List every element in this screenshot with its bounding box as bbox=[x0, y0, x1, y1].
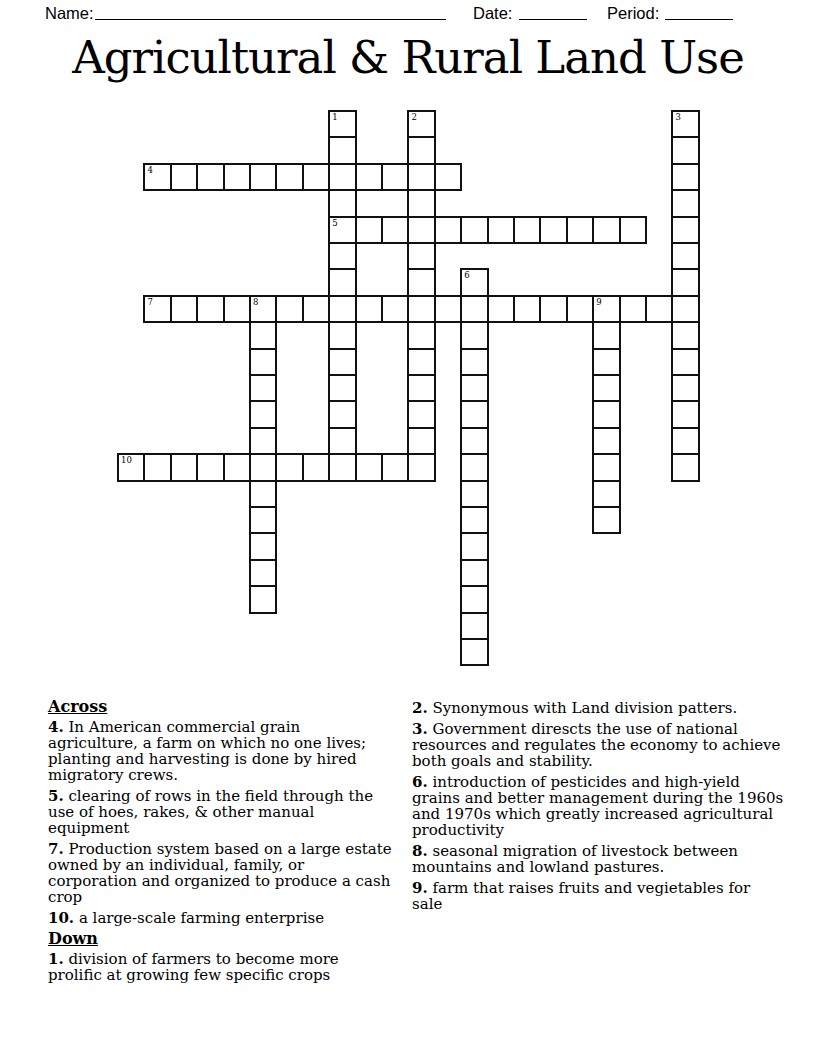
period-label: Period: bbox=[607, 4, 659, 23]
clues-column-right: 2. Synonymous with Land division patters… bbox=[412, 700, 784, 917]
clue-number: 10. bbox=[48, 909, 74, 927]
grid-cell[interactable] bbox=[592, 321, 620, 349]
grid-cell[interactable] bbox=[592, 400, 620, 428]
grid-cell[interactable] bbox=[592, 480, 620, 508]
grid-cell[interactable] bbox=[566, 216, 594, 244]
grid-cell[interactable] bbox=[513, 216, 541, 244]
grid-cell[interactable] bbox=[143, 453, 171, 481]
grid-cell[interactable] bbox=[671, 242, 699, 270]
grid-cell[interactable] bbox=[434, 216, 462, 244]
grid-cell[interactable] bbox=[460, 374, 488, 402]
clue-number: 8 bbox=[253, 297, 258, 307]
grid-cell[interactable] bbox=[170, 163, 198, 191]
grid-cell[interactable] bbox=[302, 163, 330, 191]
grid-cell[interactable] bbox=[381, 295, 409, 323]
grid-cell[interactable] bbox=[328, 400, 356, 428]
grid-cell[interactable] bbox=[619, 216, 647, 244]
clue-number: 10 bbox=[121, 455, 132, 465]
grid-cell[interactable] bbox=[407, 321, 435, 349]
grid-cell[interactable] bbox=[460, 638, 488, 666]
grid-cell[interactable] bbox=[671, 216, 699, 244]
grid-cell[interactable] bbox=[460, 321, 488, 349]
grid-cell[interactable] bbox=[407, 242, 435, 270]
grid-cell[interactable] bbox=[671, 295, 699, 323]
grid-cell[interactable] bbox=[328, 374, 356, 402]
grid-cell[interactable] bbox=[355, 453, 383, 481]
grid-cell[interactable] bbox=[249, 532, 277, 560]
clue-across-7: 7. Production system based on a large es… bbox=[48, 841, 394, 905]
grid-cell[interactable] bbox=[592, 453, 620, 481]
grid-cell[interactable] bbox=[539, 295, 567, 323]
clue-number: 6 bbox=[464, 270, 469, 280]
grid-cell[interactable] bbox=[328, 453, 356, 481]
clue-down-6: 6. introduction of pesticides and high-y… bbox=[412, 774, 784, 838]
grid-cell[interactable] bbox=[249, 400, 277, 428]
grid-cell[interactable] bbox=[592, 374, 620, 402]
grid-cell[interactable] bbox=[328, 295, 356, 323]
clue-number: 5. bbox=[48, 787, 64, 805]
grid-cell[interactable] bbox=[592, 348, 620, 376]
grid-cell[interactable] bbox=[407, 348, 435, 376]
grid-cell[interactable] bbox=[460, 506, 488, 534]
grid-cell[interactable] bbox=[671, 374, 699, 402]
grid-cell[interactable] bbox=[434, 163, 462, 191]
grid-cell[interactable]: 6 bbox=[460, 268, 488, 296]
grid-cell[interactable] bbox=[328, 163, 356, 191]
grid-cell[interactable] bbox=[223, 453, 251, 481]
clue-number: 1 bbox=[332, 112, 337, 122]
grid-cell[interactable] bbox=[460, 532, 488, 560]
grid-cell[interactable] bbox=[407, 136, 435, 164]
grid-cell[interactable] bbox=[671, 400, 699, 428]
grid-cell[interactable] bbox=[407, 400, 435, 428]
grid-cell[interactable] bbox=[460, 453, 488, 481]
name-label: Name: bbox=[45, 4, 94, 23]
grid-cell[interactable] bbox=[170, 453, 198, 481]
grid-cell[interactable] bbox=[249, 480, 277, 508]
grid-cell[interactable] bbox=[407, 374, 435, 402]
grid-cell[interactable]: 7 bbox=[143, 295, 171, 323]
clues-across-header: Across bbox=[48, 699, 394, 715]
grid-cell[interactable] bbox=[592, 427, 620, 455]
grid-cell[interactable] bbox=[407, 427, 435, 455]
grid-cell[interactable] bbox=[196, 295, 224, 323]
clue-number: 7. bbox=[48, 840, 64, 858]
grid-cell[interactable] bbox=[460, 585, 488, 613]
grid-cell[interactable] bbox=[407, 216, 435, 244]
clue-down-1: 1. division of farmers to become more pr… bbox=[48, 951, 394, 983]
grid-cell[interactable] bbox=[566, 295, 594, 323]
grid-cell[interactable] bbox=[249, 348, 277, 376]
grid-cell[interactable] bbox=[407, 453, 435, 481]
grid-cell[interactable] bbox=[355, 216, 383, 244]
grid-cell[interactable] bbox=[275, 295, 303, 323]
grid-cell[interactable] bbox=[671, 427, 699, 455]
grid-cell[interactable] bbox=[460, 400, 488, 428]
grid-cell[interactable] bbox=[328, 189, 356, 217]
grid-cell[interactable] bbox=[671, 321, 699, 349]
worksheet-page: Name: Date: Period: Agricultural & Rural… bbox=[0, 0, 816, 1056]
grid-cell[interactable] bbox=[302, 295, 330, 323]
grid-cell[interactable] bbox=[460, 427, 488, 455]
grid-cell[interactable] bbox=[249, 321, 277, 349]
grid-cell[interactable] bbox=[671, 136, 699, 164]
grid-cell[interactable] bbox=[249, 585, 277, 613]
date-blank[interactable] bbox=[519, 4, 587, 20]
clue-number: 7 bbox=[147, 297, 152, 307]
grid-cell[interactable] bbox=[671, 348, 699, 376]
page-title: Agricultural & Rural Land Use bbox=[0, 33, 816, 83]
grid-cell[interactable] bbox=[407, 268, 435, 296]
clue-number: 6. bbox=[412, 773, 428, 791]
grid-cell[interactable]: 1 bbox=[328, 110, 356, 138]
grid-cell[interactable] bbox=[381, 453, 409, 481]
grid-cell[interactable]: 9 bbox=[592, 295, 620, 323]
clue-across-10: 10. a large-scale farming enterprise bbox=[48, 910, 394, 926]
grid-cell[interactable] bbox=[223, 295, 251, 323]
grid-cell[interactable] bbox=[328, 348, 356, 376]
grid-cell[interactable] bbox=[671, 163, 699, 191]
grid-cell[interactable] bbox=[539, 216, 567, 244]
grid-cell[interactable] bbox=[196, 163, 224, 191]
grid-cell[interactable] bbox=[513, 295, 541, 323]
grid-cell[interactable] bbox=[170, 295, 198, 323]
grid-cell[interactable] bbox=[249, 453, 277, 481]
grid-cell[interactable] bbox=[381, 216, 409, 244]
grid-cell[interactable] bbox=[460, 295, 488, 323]
grid-cell[interactable] bbox=[407, 163, 435, 191]
clue-down-8: 8. seasonal migration of livestock betwe… bbox=[412, 843, 784, 875]
grid-cell[interactable]: 10 bbox=[117, 453, 145, 481]
clue-down-2: 2. Synonymous with Land division patters… bbox=[412, 700, 784, 716]
clue-number: 3. bbox=[412, 720, 428, 738]
clue-across-5: 5. clearing of rows in the field through… bbox=[48, 788, 394, 836]
grid-cell[interactable] bbox=[249, 506, 277, 534]
grid-cell[interactable] bbox=[249, 163, 277, 191]
grid-cell[interactable] bbox=[275, 163, 303, 191]
grid-cell[interactable]: 4 bbox=[143, 163, 171, 191]
grid-cell[interactable] bbox=[355, 295, 383, 323]
grid-cell[interactable] bbox=[487, 216, 515, 244]
grid-cell[interactable] bbox=[381, 163, 409, 191]
grid-cell[interactable] bbox=[460, 216, 488, 244]
grid-cell[interactable]: 8 bbox=[249, 295, 277, 323]
grid-cell[interactable] bbox=[671, 189, 699, 217]
date-label: Date: bbox=[473, 4, 512, 23]
crossword-grid: 12345678910 bbox=[117, 110, 700, 667]
grid-cell[interactable] bbox=[460, 348, 488, 376]
grid-cell[interactable] bbox=[328, 242, 356, 270]
grid-cell[interactable] bbox=[249, 374, 277, 402]
clue-number: 4. bbox=[48, 718, 64, 736]
grid-cell[interactable] bbox=[619, 295, 647, 323]
grid-cell[interactable] bbox=[328, 136, 356, 164]
clue-number: 2 bbox=[411, 112, 416, 122]
clue-number: 9. bbox=[412, 879, 428, 897]
grid-cell[interactable]: 2 bbox=[407, 110, 435, 138]
grid-cell[interactable]: 3 bbox=[671, 110, 699, 138]
clue-number: 4 bbox=[147, 165, 152, 175]
grid-cell[interactable] bbox=[328, 321, 356, 349]
grid-cell[interactable] bbox=[460, 612, 488, 640]
clues-column-left: Across4. In American commercial grain ag… bbox=[48, 699, 394, 988]
grid-cell[interactable] bbox=[249, 559, 277, 587]
period-blank[interactable] bbox=[665, 4, 733, 20]
clue-number: 8. bbox=[412, 842, 428, 860]
clue-number: 1. bbox=[48, 950, 64, 968]
name-blank[interactable] bbox=[95, 4, 446, 20]
clues-down-header: Down bbox=[48, 931, 394, 947]
grid-cell[interactable] bbox=[275, 453, 303, 481]
grid-cell[interactable] bbox=[407, 189, 435, 217]
clue-number: 5 bbox=[332, 218, 337, 228]
grid-cell[interactable] bbox=[249, 427, 277, 455]
grid-cell[interactable] bbox=[328, 427, 356, 455]
grid-cell[interactable] bbox=[645, 295, 673, 323]
clue-number: 2. bbox=[412, 699, 428, 717]
grid-cell[interactable] bbox=[671, 268, 699, 296]
grid-cell[interactable] bbox=[196, 453, 224, 481]
grid-cell[interactable] bbox=[460, 480, 488, 508]
clue-down-9: 9. farm that raises fruits and vegietabl… bbox=[412, 880, 784, 912]
grid-cell[interactable] bbox=[407, 295, 435, 323]
clue-across-4: 4. In American commercial grain agricult… bbox=[48, 719, 394, 783]
grid-cell[interactable] bbox=[592, 216, 620, 244]
grid-cell[interactable] bbox=[592, 506, 620, 534]
grid-cell[interactable] bbox=[223, 163, 251, 191]
grid-cell[interactable] bbox=[671, 453, 699, 481]
clue-number: 9 bbox=[596, 297, 601, 307]
grid-cell[interactable] bbox=[328, 268, 356, 296]
clue-number: 3 bbox=[675, 112, 680, 122]
grid-cell[interactable]: 5 bbox=[328, 216, 356, 244]
grid-cell[interactable] bbox=[460, 559, 488, 587]
grid-cell[interactable] bbox=[355, 163, 383, 191]
grid-cell[interactable] bbox=[487, 295, 515, 323]
clue-down-3: 3. Government direscts the use of nation… bbox=[412, 721, 784, 769]
grid-cell[interactable] bbox=[434, 295, 462, 323]
grid-cell[interactable] bbox=[302, 453, 330, 481]
